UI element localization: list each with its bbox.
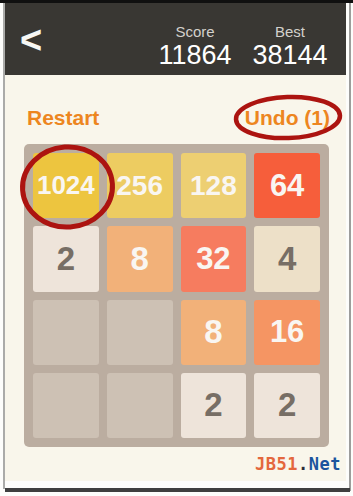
- restart-button[interactable]: Restart: [27, 106, 99, 130]
- score-box: Score 11864: [140, 23, 250, 70]
- tile-2-r2c1: 2: [33, 226, 99, 291]
- board-grid[interactable]: 1024256128642832481622: [24, 144, 329, 447]
- watermark-site: JB51: [255, 454, 298, 474]
- empty-cell-r4c2: [107, 373, 173, 438]
- tile-16-r3c4: 16: [254, 300, 320, 365]
- undo-button[interactable]: Undo (1): [245, 106, 330, 130]
- score-value: 11864: [140, 41, 250, 70]
- frame-left-line: [3, 3, 5, 489]
- empty-cell-r3c1: [33, 300, 99, 365]
- tile-2-r4c3: 2: [181, 373, 247, 438]
- watermark-net: Net: [309, 454, 341, 474]
- tile-128-r1c3: 128: [181, 153, 247, 218]
- best-box: Best 38144: [235, 23, 345, 70]
- tile-32-r2c3: 32: [181, 226, 247, 291]
- tile-1024-r1c1: 1024: [33, 153, 99, 218]
- tile-4-r2c4: 4: [254, 226, 320, 291]
- watermark-dot: .: [298, 454, 309, 474]
- frame-bottom-line: [5, 488, 350, 492]
- empty-cell-r3c2: [107, 300, 173, 365]
- back-button[interactable]: <: [20, 21, 42, 59]
- tile-64-r1c4: 64: [254, 153, 320, 218]
- tile-8-r3c3: 8: [181, 300, 247, 365]
- tile-8-r2c2: 8: [107, 226, 173, 291]
- app-header: < Score 11864 Best 38144: [5, 3, 346, 75]
- best-label: Best: [235, 23, 345, 40]
- frame-right-line: [349, 3, 351, 491]
- empty-cell-r4c1: [33, 373, 99, 438]
- best-value: 38144: [235, 41, 345, 70]
- watermark: JB51.Net: [255, 454, 341, 474]
- game-screen: < Score 11864 Best 38144 Restart Undo (1…: [5, 3, 346, 481]
- score-label: Score: [140, 23, 250, 40]
- tile-2-r4c4: 2: [254, 373, 320, 438]
- tile-256-r1c2: 256: [107, 153, 173, 218]
